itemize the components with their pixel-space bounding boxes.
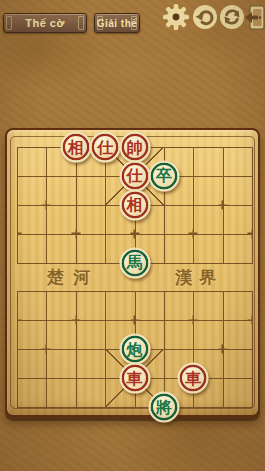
star-point — [17, 229, 22, 238]
river-label-right: 漢界 — [175, 266, 223, 289]
star-point — [130, 316, 139, 325]
positions-button[interactable]: Thế cờ — [3, 13, 87, 33]
piece-red-仕[interactable]: 仕 — [90, 132, 121, 163]
solve-button[interactable]: Giải thế — [94, 13, 140, 33]
star-point — [17, 316, 22, 325]
piece-green-馬[interactable]: 馬 — [119, 247, 150, 278]
piece-red-車[interactable]: 車 — [178, 363, 209, 394]
piece-red-帥[interactable]: 帥 — [119, 132, 150, 163]
star-point — [189, 316, 198, 325]
piece-green-卒[interactable]: 卒 — [148, 160, 179, 191]
star-point — [218, 345, 227, 354]
star-point — [248, 316, 254, 325]
piece-green-將[interactable]: 將 — [148, 392, 179, 423]
undo-icon[interactable] — [192, 4, 218, 30]
xiangqi-board: 楚河 漢界 相仕帥仕卒相馬炮車車將 — [5, 128, 260, 417]
exit-door-icon[interactable] — [244, 4, 265, 31]
xiangqi-app: Thế cờ Giải thế — [0, 0, 265, 471]
star-point — [189, 229, 198, 238]
star-point — [42, 345, 51, 354]
restart-icon[interactable] — [219, 4, 245, 30]
star-point — [248, 229, 254, 238]
star-point — [42, 200, 51, 209]
piece-red-仕[interactable]: 仕 — [119, 160, 150, 191]
piece-red-相[interactable]: 相 — [60, 132, 91, 163]
star-point — [130, 229, 139, 238]
piece-green-炮[interactable]: 炮 — [119, 334, 150, 365]
piece-red-相[interactable]: 相 — [119, 189, 150, 220]
piece-red-車[interactable]: 車 — [119, 363, 150, 394]
positions-button-label: Thế cờ — [25, 17, 65, 29]
settings-gear-icon[interactable] — [162, 3, 190, 31]
solve-button-label: Giải thế — [97, 18, 138, 29]
star-point — [71, 316, 80, 325]
star-point — [71, 229, 80, 238]
star-point — [218, 200, 227, 209]
river-label-left: 楚河 — [47, 266, 99, 289]
